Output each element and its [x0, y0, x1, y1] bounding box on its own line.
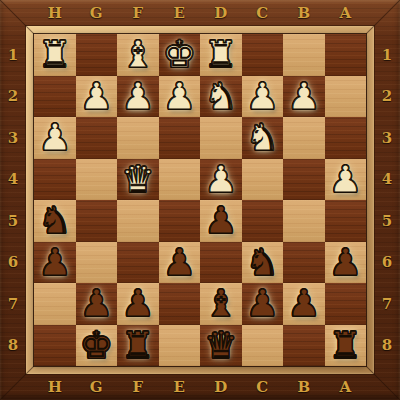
rank-label-1: 1 [374, 34, 400, 76]
square-e2[interactable]: ♟ [159, 76, 201, 118]
rank-label-3: 3 [0, 117, 26, 159]
square-d5[interactable]: ♟ [200, 200, 242, 242]
piece-black-pawn-f7[interactable]: ♟ [121, 283, 154, 324]
square-c2[interactable]: ♟ [242, 76, 284, 118]
rank-label-5: 5 [374, 200, 400, 242]
rank-label-5: 5 [0, 200, 26, 242]
rank-labels-right: 12345678 [374, 34, 400, 366]
square-g4[interactable] [76, 159, 118, 201]
rank-label-3: 3 [374, 117, 400, 159]
piece-white-knight-c3[interactable]: ♞ [246, 117, 279, 158]
rank-label-8: 8 [0, 325, 26, 367]
square-f5[interactable] [117, 200, 159, 242]
square-a6[interactable]: ♟ [325, 242, 367, 284]
square-h3[interactable]: ♟ [34, 117, 76, 159]
piece-black-pawn-h6[interactable]: ♟ [38, 242, 71, 283]
piece-white-bishop-f1[interactable]: ♝ [121, 34, 154, 75]
square-d1[interactable]: ♜ [200, 34, 242, 76]
square-e7[interactable] [159, 283, 201, 325]
square-a7[interactable] [325, 283, 367, 325]
piece-white-pawn-f2[interactable]: ♟ [121, 76, 154, 117]
square-b7[interactable]: ♟ [283, 283, 325, 325]
square-a5[interactable] [325, 200, 367, 242]
rank-label-2: 2 [0, 76, 26, 118]
square-a3[interactable] [325, 117, 367, 159]
square-b4[interactable] [283, 159, 325, 201]
piece-white-pawn-g2[interactable]: ♟ [80, 76, 113, 117]
piece-black-pawn-a6[interactable]: ♟ [329, 242, 362, 283]
square-c5[interactable] [242, 200, 284, 242]
piece-white-pawn-e2[interactable]: ♟ [163, 76, 196, 117]
square-f6[interactable] [117, 242, 159, 284]
file-label-a: A [325, 374, 367, 400]
square-e5[interactable] [159, 200, 201, 242]
piece-black-pawn-b7[interactable]: ♟ [287, 283, 320, 324]
square-d2[interactable]: ♞ [200, 76, 242, 118]
rank-label-6: 6 [0, 242, 26, 284]
piece-black-pawn-g7[interactable]: ♟ [80, 283, 113, 324]
square-h5[interactable]: ♞ [34, 200, 76, 242]
square-f3[interactable] [117, 117, 159, 159]
square-b3[interactable] [283, 117, 325, 159]
square-c1[interactable] [242, 34, 284, 76]
board: ♜♝♚♜♟♟♟♞♟♟♟♞♛♟♟♞♟♟♟♞♟♟♟♝♟♟♚♜♛♜ [34, 34, 366, 366]
piece-white-king-e1[interactable]: ♚ [163, 34, 196, 75]
square-g5[interactable] [76, 200, 118, 242]
file-label-b: B [283, 0, 325, 26]
file-label-h: H [34, 0, 76, 26]
chess-board-frame: HGFEDCBA HGFEDCBA 12345678 12345678 ♜♝♚♜… [0, 0, 400, 400]
square-f8[interactable]: ♜ [117, 325, 159, 367]
file-labels-top: HGFEDCBA [34, 0, 366, 26]
piece-white-pawn-c2[interactable]: ♟ [246, 76, 279, 117]
square-c8[interactable] [242, 325, 284, 367]
piece-black-pawn-c7[interactable]: ♟ [246, 283, 279, 324]
square-h2[interactable] [34, 76, 76, 118]
piece-black-bishop-d7[interactable]: ♝ [204, 283, 237, 324]
square-g8[interactable]: ♚ [76, 325, 118, 367]
file-label-b: B [283, 374, 325, 400]
square-e1[interactable]: ♚ [159, 34, 201, 76]
square-e4[interactable] [159, 159, 201, 201]
square-h1[interactable]: ♜ [34, 34, 76, 76]
piece-black-rook-f8[interactable]: ♜ [121, 325, 154, 366]
piece-white-rook-h1[interactable]: ♜ [38, 34, 71, 75]
file-label-g: G [76, 0, 118, 26]
square-a1[interactable] [325, 34, 367, 76]
rank-label-7: 7 [0, 283, 26, 325]
square-g6[interactable] [76, 242, 118, 284]
file-label-a: A [325, 0, 367, 26]
piece-white-pawn-a4[interactable]: ♟ [329, 159, 362, 200]
file-label-e: E [159, 0, 201, 26]
piece-white-knight-d2[interactable]: ♞ [204, 76, 237, 117]
square-d4[interactable]: ♟ [200, 159, 242, 201]
piece-black-knight-c6[interactable]: ♞ [246, 242, 279, 283]
square-c6[interactable]: ♞ [242, 242, 284, 284]
file-label-d: D [200, 0, 242, 26]
square-b6[interactable] [283, 242, 325, 284]
square-b5[interactable] [283, 200, 325, 242]
file-label-e: E [159, 374, 201, 400]
square-a8[interactable]: ♜ [325, 325, 367, 367]
file-labels-bottom: HGFEDCBA [34, 374, 366, 400]
square-a2[interactable] [325, 76, 367, 118]
piece-black-knight-h5[interactable]: ♞ [38, 200, 71, 241]
rank-label-4: 4 [374, 159, 400, 201]
file-label-g: G [76, 374, 118, 400]
rank-label-2: 2 [374, 76, 400, 118]
square-h6[interactable]: ♟ [34, 242, 76, 284]
square-e3[interactable] [159, 117, 201, 159]
square-g7[interactable]: ♟ [76, 283, 118, 325]
piece-black-rook-a8[interactable]: ♜ [329, 325, 362, 366]
rank-label-7: 7 [374, 283, 400, 325]
piece-white-pawn-h3[interactable]: ♟ [38, 117, 71, 158]
square-b2[interactable]: ♟ [283, 76, 325, 118]
square-g1[interactable] [76, 34, 118, 76]
square-f7[interactable]: ♟ [117, 283, 159, 325]
square-d7[interactable]: ♝ [200, 283, 242, 325]
square-f4[interactable]: ♛ [117, 159, 159, 201]
square-g2[interactable]: ♟ [76, 76, 118, 118]
square-e6[interactable]: ♟ [159, 242, 201, 284]
square-c3[interactable]: ♞ [242, 117, 284, 159]
piece-white-queen-f4[interactable]: ♛ [121, 159, 154, 200]
file-label-c: C [242, 0, 284, 26]
piece-white-rook-d1[interactable]: ♜ [204, 34, 237, 75]
square-e8[interactable] [159, 325, 201, 367]
square-d6[interactable] [200, 242, 242, 284]
rank-label-8: 8 [374, 325, 400, 367]
rank-labels-left: 12345678 [0, 34, 26, 366]
square-h7[interactable] [34, 283, 76, 325]
piece-white-pawn-b2[interactable]: ♟ [287, 76, 320, 117]
file-label-f: F [117, 0, 159, 26]
file-label-c: C [242, 374, 284, 400]
file-label-h: H [34, 374, 76, 400]
square-d8[interactable]: ♛ [200, 325, 242, 367]
square-b8[interactable] [283, 325, 325, 367]
rank-label-4: 4 [0, 159, 26, 201]
rank-label-1: 1 [0, 34, 26, 76]
square-g3[interactable] [76, 117, 118, 159]
piece-white-pawn-d4[interactable]: ♟ [204, 159, 237, 200]
square-c4[interactable] [242, 159, 284, 201]
square-c7[interactable]: ♟ [242, 283, 284, 325]
square-d3[interactable] [200, 117, 242, 159]
rank-label-6: 6 [374, 242, 400, 284]
file-label-d: D [200, 374, 242, 400]
square-b1[interactable] [283, 34, 325, 76]
square-a4[interactable]: ♟ [325, 159, 367, 201]
piece-black-king-g8[interactable]: ♚ [80, 325, 113, 366]
square-h4[interactable] [34, 159, 76, 201]
file-label-f: F [117, 374, 159, 400]
square-h8[interactable] [34, 325, 76, 367]
square-f2[interactable]: ♟ [117, 76, 159, 118]
square-f1[interactable]: ♝ [117, 34, 159, 76]
piece-black-queen-d8[interactable]: ♛ [204, 325, 237, 366]
piece-black-pawn-d5[interactable]: ♟ [204, 200, 237, 241]
piece-black-pawn-e6[interactable]: ♟ [163, 242, 196, 283]
